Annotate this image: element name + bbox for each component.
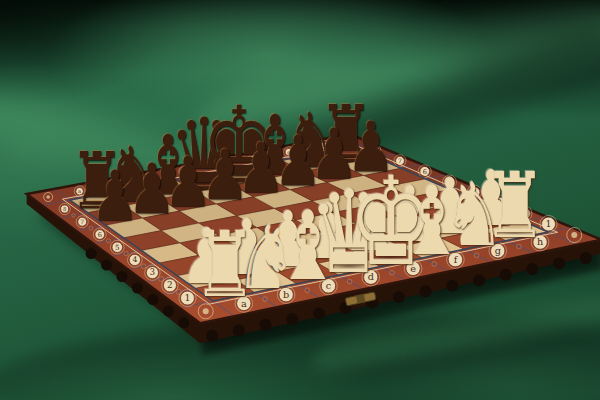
scallop-carving <box>147 294 158 305</box>
scallop-carving <box>446 280 458 292</box>
file-medallion-far-e-label: e <box>218 162 221 168</box>
scene: 88aa77bb66cc55dd44ee33ff22gg11hh ♜♞♝♛♚♝♞… <box>0 0 600 400</box>
rank-medallion-left-3-label: 3 <box>150 267 155 277</box>
file-medallion-near-g-label: g <box>495 245 501 256</box>
file-medallion-near-b-label: b <box>283 289 289 300</box>
rank-medallion-left-5-label: 5 <box>115 243 120 252</box>
brass-clasp-latch <box>356 294 365 303</box>
scallop-carving <box>132 283 143 294</box>
rank-medallion-left-8-label: 8 <box>63 206 67 212</box>
file-medallion-far-c-label: c <box>148 175 151 181</box>
scallop-carving <box>500 269 512 281</box>
corner-rosette-center <box>203 308 209 314</box>
scallop-carving <box>101 260 112 271</box>
corner-rosette-center <box>46 195 50 199</box>
scallop-carving <box>420 285 432 297</box>
scallop-carving <box>553 258 565 270</box>
file-medallion-near-h-label: h <box>537 236 543 247</box>
scallop-carving <box>313 308 325 320</box>
rank-medallion-left-4-label: 4 <box>132 255 137 264</box>
corner-rosette-center <box>350 139 354 143</box>
rank-medallion-right-7-label: 7 <box>398 157 402 164</box>
scallop-carving <box>86 248 97 259</box>
file-medallion-far-a-label: a <box>78 188 81 194</box>
rank-medallion-right-8-label: 8 <box>374 147 378 153</box>
scallop-carving <box>233 324 245 336</box>
scallop-carving <box>163 306 174 317</box>
rank-medallion-left-1-label: 1 <box>184 292 190 303</box>
file-medallion-near-d-label: d <box>368 271 374 282</box>
scallop-carving <box>116 271 127 282</box>
chess-board: 88aa77bb66cc55dd44ee33ff22gg11hh <box>0 0 600 400</box>
scallop-carving <box>526 263 538 275</box>
file-medallion-far-b-label: b <box>113 181 116 187</box>
rank-medallion-left-2-label: 2 <box>167 280 173 290</box>
file-medallion-near-c-label: c <box>326 280 331 291</box>
scallop-carving <box>260 319 272 331</box>
scallop-carving <box>286 313 298 325</box>
scallop-carving <box>178 317 189 328</box>
rank-medallion-left-6-label: 6 <box>98 231 102 239</box>
scallop-carving <box>473 274 485 286</box>
corner-rosette-center <box>571 232 577 238</box>
scallop-carving <box>393 291 405 303</box>
scallop-carving <box>580 252 592 264</box>
scallop-carving <box>206 330 218 342</box>
file-medallion-near-e-label: e <box>410 263 416 274</box>
rank-medallion-left-7-label: 7 <box>80 218 84 225</box>
file-medallion-near-a-label: a <box>241 298 247 309</box>
